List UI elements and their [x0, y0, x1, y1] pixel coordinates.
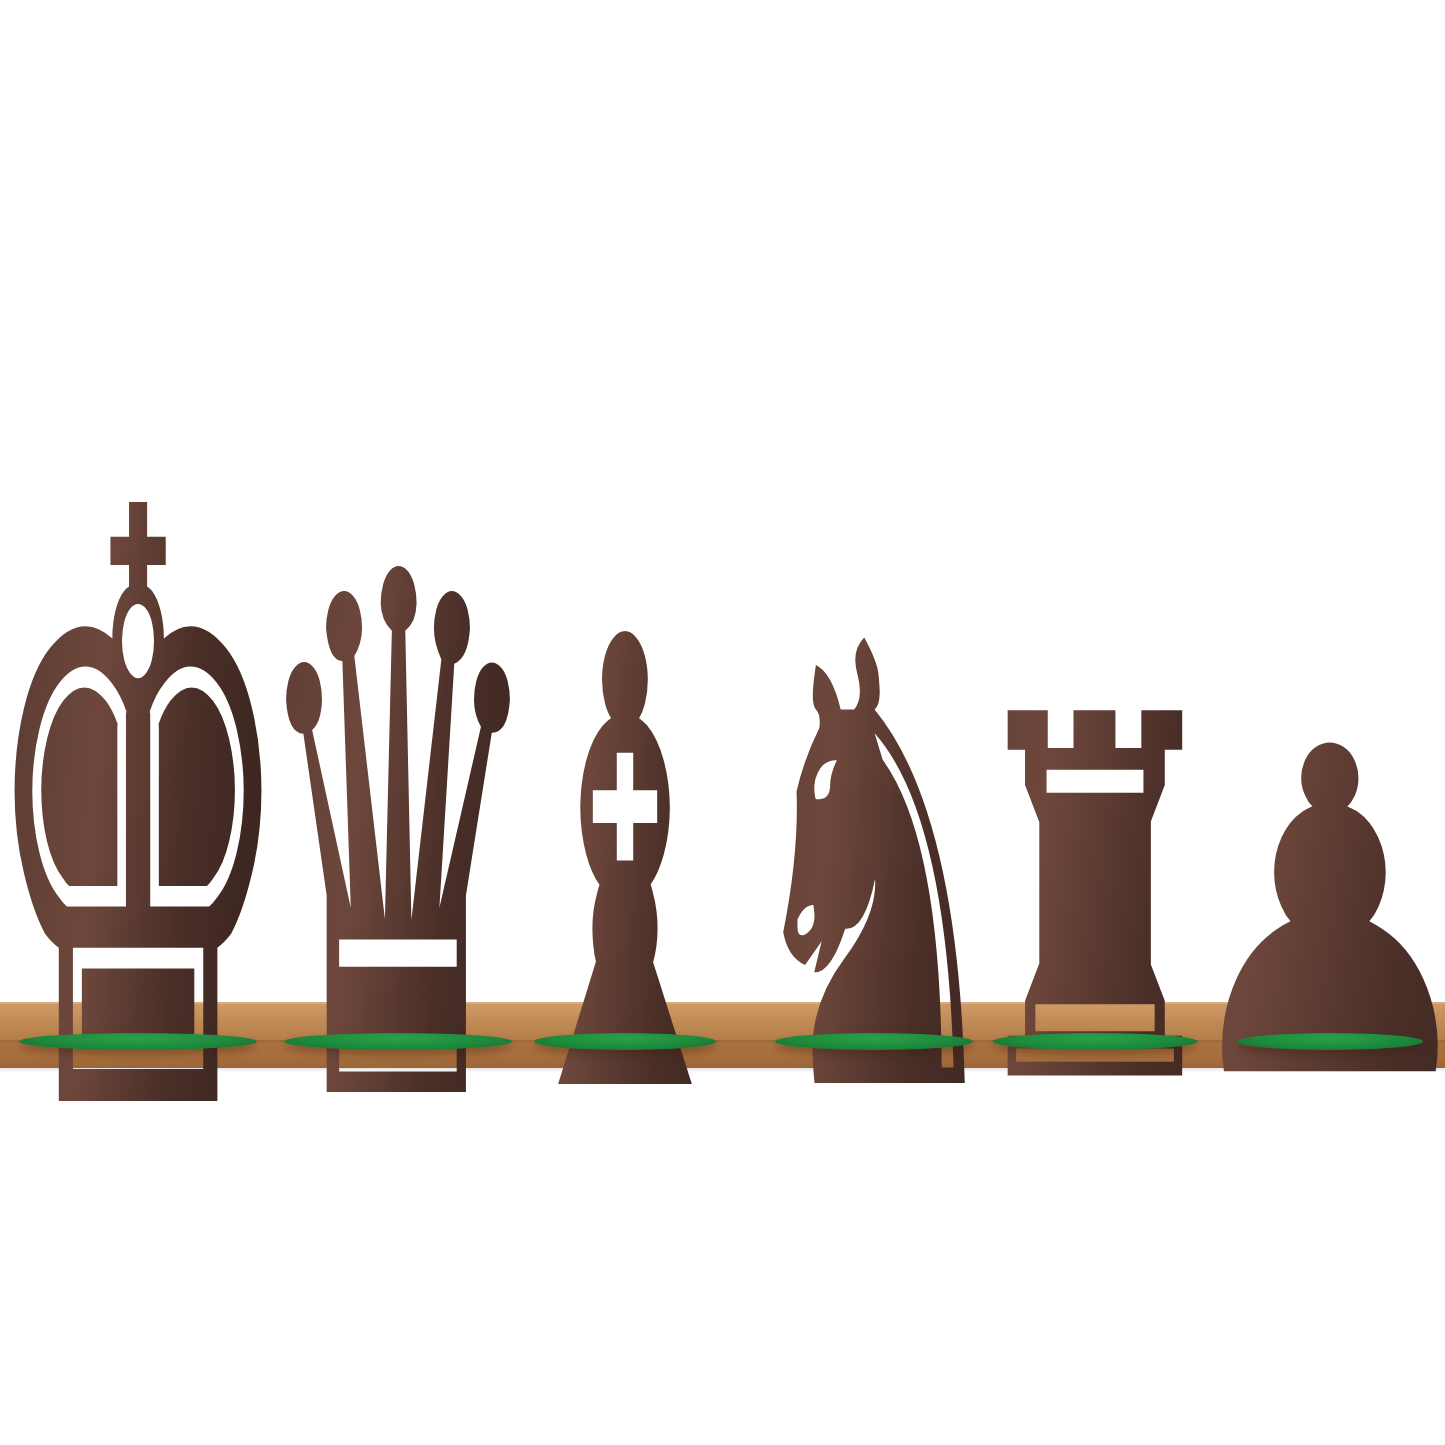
- rook-icon: ♜: [748, 652, 1442, 1152]
- knight-icon: ♞: [583, 567, 1165, 1177]
- pawn-icon: ♟: [890, 690, 1445, 1140]
- product-photo: ♚ ♛ ♝ ♞ ♜ ♟: [0, 0, 1445, 1445]
- shelf-edge-seam: [0, 1040, 1445, 1042]
- queen-icon: ♛: [134, 483, 663, 1203]
- king-icon: ♚: [0, 407, 387, 1227]
- wooden-shelf: [0, 1002, 1445, 1068]
- bishop-icon: ♝: [372, 560, 878, 1180]
